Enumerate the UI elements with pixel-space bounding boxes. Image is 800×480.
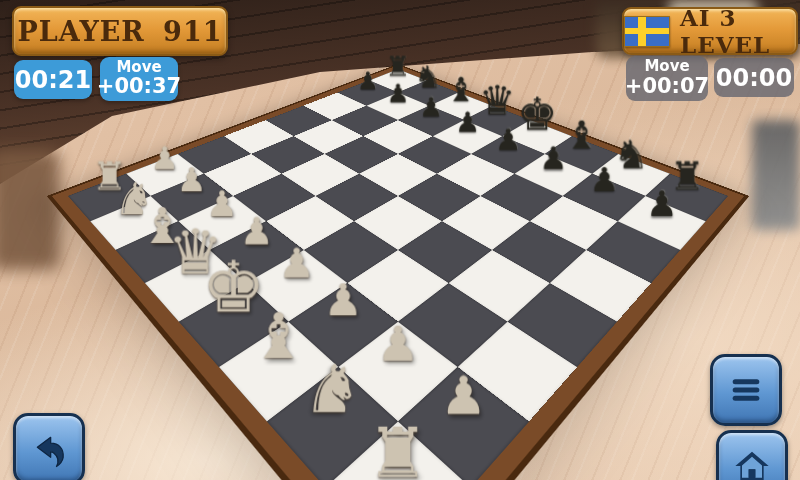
menu-button[interactable]	[710, 354, 782, 426]
white-pawn-b2[interactable]: ♟	[177, 163, 207, 196]
white-pawn-e2[interactable]: ♟	[279, 242, 315, 283]
black-pawn-f7[interactable]: ♟	[539, 143, 567, 174]
black-king-e8[interactable]: ♚	[517, 91, 557, 136]
player-name-plaque: PLAYER 911	[12, 6, 228, 56]
player-clock-time: 00:21	[15, 66, 91, 94]
black-pawn-c7[interactable]: ♟	[419, 94, 443, 121]
black-pawn-e7[interactable]: ♟	[495, 124, 521, 153]
white-rook-h1[interactable]: ♜	[367, 419, 428, 480]
white-knight-g1[interactable]: ♞	[303, 355, 362, 421]
player-move-timer: Move +00:37	[100, 57, 178, 101]
undo-button[interactable]	[13, 413, 85, 480]
black-pawn-g7[interactable]: ♟	[589, 163, 619, 196]
undo-arrow-icon	[29, 429, 69, 469]
player-name-label: PLAYER 911	[18, 16, 223, 47]
white-pawn-h2[interactable]: ♟	[440, 369, 487, 422]
ai-level-label: AI 3 LEVEL	[680, 4, 796, 58]
ai-move-time: +00:07	[625, 75, 709, 98]
black-pawn-b7[interactable]: ♟	[387, 80, 410, 105]
hamburger-menu-icon	[726, 370, 766, 410]
ai-clock: 00:00	[714, 58, 794, 97]
player-move-time: +00:37	[97, 75, 181, 98]
white-pawn-g2[interactable]: ♟	[377, 319, 420, 367]
white-pawn-f2[interactable]: ♟	[324, 278, 363, 322]
player-clock: 00:21	[14, 60, 92, 99]
home-icon	[732, 446, 772, 480]
black-pawn-d7[interactable]: ♟	[455, 108, 480, 136]
black-bishop-c8[interactable]: ♝	[446, 73, 476, 106]
black-pawn-h7[interactable]: ♟	[646, 186, 678, 221]
black-queen-d8[interactable]: ♛	[479, 80, 515, 120]
ai-move-label: Move	[644, 59, 689, 75]
sweden-flag-icon	[624, 16, 670, 47]
ai-clock-time: 00:00	[716, 64, 792, 92]
ai-level-plaque: AI 3 LEVEL	[622, 7, 798, 55]
player-move-label: Move	[116, 60, 161, 76]
black-rook-a8[interactable]: ♜	[386, 53, 410, 80]
black-pawn-a7[interactable]: ♟	[357, 68, 379, 92]
home-button[interactable]	[716, 430, 788, 480]
white-pawn-a2[interactable]: ♟	[151, 143, 179, 174]
flag-cross-horizontal	[625, 28, 669, 35]
white-pawn-d2[interactable]: ♟	[240, 212, 274, 250]
black-knight-b8[interactable]: ♞	[414, 62, 441, 92]
black-bishop-f8[interactable]: ♝	[564, 115, 598, 153]
background-shadow-blur	[0, 150, 60, 270]
white-bishop-f1[interactable]: ♝	[251, 305, 307, 367]
ai-move-timer: Move +00:07	[626, 56, 708, 101]
background-chess-clock-blur	[752, 120, 800, 230]
